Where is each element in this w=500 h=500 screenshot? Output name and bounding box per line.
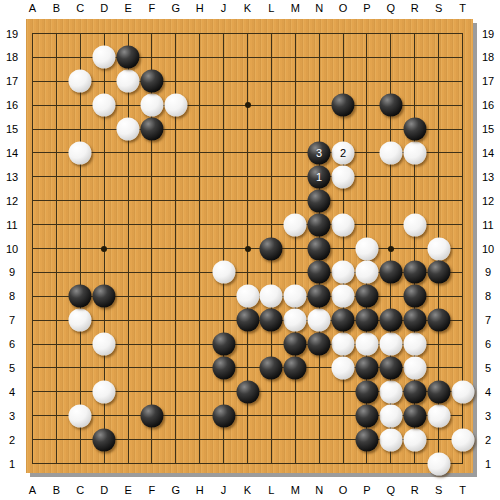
stone-white-S1[interactable] xyxy=(427,452,450,475)
grid-cell xyxy=(438,81,462,105)
grid-cell xyxy=(32,224,56,248)
col-label-bottom-K: K xyxy=(244,485,251,496)
grid-cell xyxy=(56,33,80,57)
row-label-left-3: 3 xyxy=(9,410,15,421)
stone-black-Q5[interactable] xyxy=(379,356,402,379)
stone-white-O9[interactable] xyxy=(332,261,355,284)
move-number-1: 1 xyxy=(316,171,322,182)
move-number-2: 2 xyxy=(340,147,346,158)
col-label-bottom-E: E xyxy=(124,485,131,496)
grid-cell xyxy=(128,272,152,296)
grid-cell xyxy=(295,439,319,463)
grid-cell xyxy=(295,105,319,129)
grid-cell xyxy=(223,176,247,200)
grid-cell xyxy=(390,33,414,57)
grid-cell xyxy=(175,415,199,439)
row-label-right-6: 6 xyxy=(485,339,491,350)
grid-cell xyxy=(175,200,199,224)
col-label-bottom-G: G xyxy=(172,485,181,496)
grid-cell xyxy=(175,320,199,344)
stone-white-C17[interactable] xyxy=(69,70,92,93)
grid-cell xyxy=(175,439,199,463)
grid-cell xyxy=(295,33,319,57)
col-label-bottom-P: P xyxy=(363,485,370,496)
row-label-left-16: 16 xyxy=(6,100,18,111)
row-label-left-10: 10 xyxy=(6,243,18,254)
grid-cell xyxy=(390,176,414,200)
col-label-bottom-L: L xyxy=(268,485,274,496)
grid-cell xyxy=(366,33,390,57)
row-label-right-1: 1 xyxy=(485,458,491,469)
grid-cell xyxy=(128,248,152,272)
hoshi-K16 xyxy=(245,102,251,108)
grid-cell xyxy=(247,415,271,439)
grid-cell xyxy=(175,296,199,320)
row-label-right-4: 4 xyxy=(485,386,491,397)
grid-cell xyxy=(223,57,247,81)
grid-cell xyxy=(247,33,271,57)
stone-black-N8[interactable] xyxy=(308,285,331,308)
grid-cell xyxy=(151,224,175,248)
col-label-bottom-O: O xyxy=(339,485,348,496)
col-label-bottom-T: T xyxy=(459,485,466,496)
col-label-bottom-R: R xyxy=(411,485,419,496)
row-label-right-8: 8 xyxy=(485,291,491,302)
grid-cell xyxy=(223,33,247,57)
grid-cell xyxy=(32,415,56,439)
stone-black-R4[interactable] xyxy=(403,380,426,403)
stone-white-D18[interactable] xyxy=(93,46,116,69)
stone-black-K7[interactable] xyxy=(236,309,259,332)
row-label-left-12: 12 xyxy=(6,195,18,206)
col-label-top-B: B xyxy=(53,3,60,14)
grid-cell xyxy=(199,439,223,463)
col-label-bottom-D: D xyxy=(100,485,108,496)
col-label-bottom-M: M xyxy=(291,485,300,496)
stone-white-Q14[interactable] xyxy=(379,141,402,164)
grid-cell xyxy=(414,176,438,200)
grid-cell xyxy=(175,57,199,81)
grid-cell xyxy=(175,248,199,272)
col-label-top-P: P xyxy=(363,3,370,14)
grid-cell xyxy=(32,176,56,200)
row-label-right-17: 17 xyxy=(482,76,494,87)
grid-cell xyxy=(128,176,152,200)
go-board-viewer: ABCDEFGHJKLMNOPQRST ABCDEFGHJKLMNOPQRST … xyxy=(0,0,500,500)
stone-white-O11[interactable] xyxy=(332,213,355,236)
grid-cell xyxy=(199,81,223,105)
row-label-right-7: 7 xyxy=(485,315,491,326)
grid-cell xyxy=(271,176,295,200)
grid-cell xyxy=(175,367,199,391)
stone-black-C8[interactable] xyxy=(69,285,92,308)
stone-black-P2[interactable] xyxy=(355,428,378,451)
stone-black-N14[interactable]: 3 xyxy=(308,141,331,164)
row-label-right-2: 2 xyxy=(485,434,491,445)
stone-white-S3[interactable] xyxy=(427,404,450,427)
grid-cell xyxy=(32,81,56,105)
grid-cell xyxy=(175,129,199,153)
grid-cell xyxy=(56,200,80,224)
grid-cell xyxy=(32,200,56,224)
row-label-left-7: 7 xyxy=(9,315,15,326)
grid-cell xyxy=(247,129,271,153)
grid-cell xyxy=(247,81,271,105)
grid-cell xyxy=(56,105,80,129)
grid-cell xyxy=(80,248,104,272)
grid-cell xyxy=(319,439,343,463)
stone-white-R5[interactable] xyxy=(403,356,426,379)
grid-cell xyxy=(32,105,56,129)
grid-cell xyxy=(319,415,343,439)
grid-cell xyxy=(151,344,175,368)
row-label-right-16: 16 xyxy=(482,100,494,111)
grid-cell xyxy=(56,367,80,391)
grid-cell xyxy=(319,33,343,57)
grid-cell xyxy=(438,152,462,176)
grid-cell xyxy=(223,224,247,248)
col-label-bottom-F: F xyxy=(149,485,156,496)
grid-cell xyxy=(151,152,175,176)
row-label-right-15: 15 xyxy=(482,124,494,135)
col-label-top-M: M xyxy=(291,3,300,14)
stone-white-Q3[interactable] xyxy=(379,404,402,427)
row-label-left-15: 15 xyxy=(6,124,18,135)
grid-cell xyxy=(414,57,438,81)
stone-white-C14[interactable] xyxy=(69,141,92,164)
row-label-left-13: 13 xyxy=(6,171,18,182)
stone-black-F15[interactable] xyxy=(140,118,163,141)
stone-white-O6[interactable] xyxy=(332,333,355,356)
stone-white-E17[interactable] xyxy=(117,70,140,93)
stone-black-N10[interactable] xyxy=(308,237,331,260)
grid-cell xyxy=(223,81,247,105)
grid-cell xyxy=(56,439,80,463)
grid-cell xyxy=(366,200,390,224)
row-label-right-5: 5 xyxy=(485,362,491,373)
grid-cell xyxy=(32,248,56,272)
stone-black-Q9[interactable] xyxy=(379,261,402,284)
stone-black-N11[interactable] xyxy=(308,213,331,236)
stone-black-D2[interactable] xyxy=(93,428,116,451)
col-label-bottom-J: J xyxy=(221,485,227,496)
grid-cell xyxy=(104,176,128,200)
grid-cell xyxy=(414,81,438,105)
grid-cell xyxy=(151,367,175,391)
col-label-top-O: O xyxy=(339,3,348,14)
stone-white-F16[interactable] xyxy=(140,94,163,117)
grid-cell xyxy=(295,391,319,415)
grid-cell xyxy=(343,33,367,57)
row-label-left-17: 17 xyxy=(6,76,18,87)
stone-white-L8[interactable] xyxy=(260,285,283,308)
stone-white-C3[interactable] xyxy=(69,404,92,427)
grid-cell xyxy=(199,129,223,153)
stone-black-O16[interactable] xyxy=(332,94,355,117)
grid-cell xyxy=(438,105,462,129)
stone-black-M5[interactable] xyxy=(284,356,307,379)
row-label-right-3: 3 xyxy=(485,410,491,421)
hoshi-K10 xyxy=(245,246,251,252)
stone-black-R9[interactable] xyxy=(403,261,426,284)
row-label-right-13: 13 xyxy=(482,171,494,182)
stone-white-Q2[interactable] xyxy=(379,428,402,451)
grid-cell xyxy=(223,200,247,224)
stone-black-O7[interactable] xyxy=(332,309,355,332)
stone-black-K4[interactable] xyxy=(236,380,259,403)
stone-white-M11[interactable] xyxy=(284,213,307,236)
stone-white-P6[interactable] xyxy=(355,333,378,356)
grid-cell xyxy=(319,391,343,415)
row-label-left-11: 11 xyxy=(6,219,17,230)
row-label-right-9: 9 xyxy=(485,267,491,278)
col-label-top-F: F xyxy=(149,3,156,14)
grid-cell xyxy=(271,152,295,176)
grid-cell xyxy=(247,105,271,129)
col-label-top-C: C xyxy=(76,3,84,14)
grid-cell xyxy=(128,344,152,368)
col-label-top-G: G xyxy=(172,3,181,14)
stone-black-Q7[interactable] xyxy=(379,309,402,332)
grid-cell xyxy=(151,200,175,224)
grid-cell xyxy=(80,200,104,224)
grid-cell xyxy=(104,224,128,248)
stone-black-R7[interactable] xyxy=(403,309,426,332)
stone-white-D6[interactable] xyxy=(93,333,116,356)
grid-cell xyxy=(247,57,271,81)
grid-cell xyxy=(343,57,367,81)
row-label-right-10: 10 xyxy=(482,243,494,254)
grid-cell xyxy=(223,105,247,129)
grid-cell xyxy=(199,296,223,320)
grid-cell xyxy=(247,200,271,224)
stone-black-P4[interactable] xyxy=(355,380,378,403)
stone-black-Q16[interactable] xyxy=(379,94,402,117)
stone-black-P3[interactable] xyxy=(355,404,378,427)
col-label-bottom-S: S xyxy=(435,485,442,496)
stone-black-S4[interactable] xyxy=(427,380,450,403)
stone-black-D8[interactable] xyxy=(93,285,116,308)
grid-cell xyxy=(295,415,319,439)
grid-cell xyxy=(151,176,175,200)
col-label-bottom-B: B xyxy=(53,485,60,496)
grid-cell xyxy=(175,224,199,248)
grid-cell xyxy=(199,224,223,248)
grid-cell xyxy=(223,152,247,176)
stone-white-N7[interactable] xyxy=(308,309,331,332)
stone-white-P10[interactable] xyxy=(355,237,378,260)
grid-cell xyxy=(80,176,104,200)
stone-black-N12[interactable] xyxy=(308,189,331,212)
stone-white-K8[interactable] xyxy=(236,285,259,308)
grid-cell xyxy=(104,248,128,272)
stone-black-J5[interactable] xyxy=(212,356,235,379)
stone-white-Q4[interactable] xyxy=(379,380,402,403)
grid-cell xyxy=(32,367,56,391)
stone-black-N9[interactable] xyxy=(308,261,331,284)
grid-cell xyxy=(151,272,175,296)
col-label-top-K: K xyxy=(244,3,251,14)
grid-cell xyxy=(199,33,223,57)
stone-white-D4[interactable] xyxy=(93,380,116,403)
grid-cell xyxy=(128,200,152,224)
grid-cell xyxy=(175,33,199,57)
stone-black-F3[interactable] xyxy=(140,404,163,427)
grid-cell xyxy=(438,176,462,200)
row-label-left-18: 18 xyxy=(6,52,18,63)
stone-black-F17[interactable] xyxy=(140,70,163,93)
row-label-left-2: 2 xyxy=(9,434,15,445)
grid-cell xyxy=(295,57,319,81)
stone-white-M8[interactable] xyxy=(284,285,307,308)
grid-cell xyxy=(319,57,343,81)
grid-cell xyxy=(128,296,152,320)
grid-cell xyxy=(32,33,56,57)
stone-white-E15[interactable] xyxy=(117,118,140,141)
row-label-left-6: 6 xyxy=(9,339,15,350)
grid-cell xyxy=(295,81,319,105)
grid-cell xyxy=(175,391,199,415)
col-label-bottom-N: N xyxy=(315,485,323,496)
grid-cell xyxy=(128,224,152,248)
grid-cell xyxy=(199,105,223,129)
grid-cell xyxy=(32,344,56,368)
col-label-top-E: E xyxy=(124,3,131,14)
move-number-3: 3 xyxy=(316,147,322,158)
grid-cell xyxy=(56,176,80,200)
stone-black-R15[interactable] xyxy=(403,118,426,141)
stone-black-N13[interactable]: 1 xyxy=(308,165,331,188)
row-label-left-1: 1 xyxy=(9,458,15,469)
grid-cell xyxy=(151,320,175,344)
stone-white-T4[interactable] xyxy=(451,380,474,403)
grid-cell xyxy=(32,296,56,320)
stone-white-O14[interactable]: 2 xyxy=(332,141,355,164)
stone-white-S10[interactable] xyxy=(427,237,450,260)
row-label-left-19: 19 xyxy=(6,28,18,39)
grid-cell xyxy=(199,57,223,81)
grid-cell xyxy=(32,129,56,153)
stone-black-M6[interactable] xyxy=(284,333,307,356)
stone-white-Q6[interactable] xyxy=(379,333,402,356)
stone-white-D16[interactable] xyxy=(93,94,116,117)
stone-black-S9[interactable] xyxy=(427,261,450,284)
stone-white-J9[interactable] xyxy=(212,261,235,284)
stone-black-S7[interactable] xyxy=(427,309,450,332)
stone-black-J6[interactable] xyxy=(212,333,235,356)
grid-cell xyxy=(271,415,295,439)
col-label-top-H: H xyxy=(196,3,204,14)
grid-cell xyxy=(247,439,271,463)
stone-black-N6[interactable] xyxy=(308,333,331,356)
stone-white-T2[interactable] xyxy=(451,428,474,451)
row-label-left-14: 14 xyxy=(6,147,18,158)
grid-cell xyxy=(438,200,462,224)
col-label-top-L: L xyxy=(268,3,274,14)
row-label-right-19: 19 xyxy=(482,28,494,39)
grid-cell xyxy=(32,272,56,296)
stone-black-R3[interactable] xyxy=(403,404,426,427)
stone-white-R2[interactable] xyxy=(403,428,426,451)
grid-cell xyxy=(247,176,271,200)
stone-white-R11[interactable] xyxy=(403,213,426,236)
row-label-left-5: 5 xyxy=(9,362,15,373)
grid-cell xyxy=(151,296,175,320)
grid-cell xyxy=(104,152,128,176)
grid-cell xyxy=(32,57,56,81)
go-board[interactable]: 231 xyxy=(26,19,473,473)
grid-cell xyxy=(32,152,56,176)
stone-white-O5[interactable] xyxy=(332,356,355,379)
stone-black-L7[interactable] xyxy=(260,309,283,332)
grid-cell xyxy=(32,320,56,344)
stone-white-R6[interactable] xyxy=(403,333,426,356)
grid-cell xyxy=(56,224,80,248)
stone-black-P7[interactable] xyxy=(355,309,378,332)
row-label-right-11: 11 xyxy=(482,219,493,230)
hoshi-D10 xyxy=(101,246,107,252)
grid-cell xyxy=(151,439,175,463)
col-label-top-D: D xyxy=(100,3,108,14)
col-label-top-A: A xyxy=(29,3,36,14)
stone-black-J3[interactable] xyxy=(212,404,235,427)
grid-cell xyxy=(104,200,128,224)
stone-black-E18[interactable] xyxy=(117,46,140,69)
col-label-top-J: J xyxy=(221,3,227,14)
col-label-top-Q: Q xyxy=(387,3,396,14)
grid-cell xyxy=(390,57,414,81)
grid-cell xyxy=(366,57,390,81)
stone-white-R14[interactable] xyxy=(403,141,426,164)
stone-white-G16[interactable] xyxy=(164,94,187,117)
col-label-top-S: S xyxy=(435,3,442,14)
stone-white-O8[interactable] xyxy=(332,285,355,308)
grid-cell xyxy=(271,391,295,415)
col-label-bottom-Q: Q xyxy=(387,485,396,496)
col-label-bottom-C: C xyxy=(76,485,84,496)
grid-cell xyxy=(128,152,152,176)
grid-cell xyxy=(175,152,199,176)
grid-cell xyxy=(199,152,223,176)
grid-cell xyxy=(199,200,223,224)
grid-cell xyxy=(128,367,152,391)
stone-white-C7[interactable] xyxy=(69,309,92,332)
grid-cell xyxy=(56,344,80,368)
grid-cell xyxy=(151,248,175,272)
stone-white-P9[interactable] xyxy=(355,261,378,284)
stone-black-R8[interactable] xyxy=(403,285,426,308)
stone-black-L10[interactable] xyxy=(260,237,283,260)
col-label-top-R: R xyxy=(411,3,419,14)
col-label-top-T: T xyxy=(459,3,466,14)
stone-black-P5[interactable] xyxy=(355,356,378,379)
stone-black-P8[interactable] xyxy=(355,285,378,308)
grid-cell xyxy=(438,344,462,368)
grid-cell xyxy=(223,439,247,463)
row-label-right-14: 14 xyxy=(482,147,494,158)
grid-cell xyxy=(247,152,271,176)
grid-cell xyxy=(414,33,438,57)
grid-cell xyxy=(175,344,199,368)
row-label-left-8: 8 xyxy=(9,291,15,302)
grid-cell xyxy=(271,57,295,81)
stone-white-M7[interactable] xyxy=(284,309,307,332)
row-label-right-18: 18 xyxy=(482,52,494,63)
stone-black-L5[interactable] xyxy=(260,356,283,379)
stone-white-O13[interactable] xyxy=(332,165,355,188)
grid-cell xyxy=(32,391,56,415)
grid-cell xyxy=(199,176,223,200)
